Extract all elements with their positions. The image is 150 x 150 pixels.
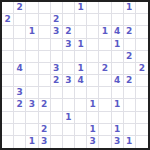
empty-cell-r3c12[interactable] xyxy=(136,26,148,38)
empty-cell-r7c1[interactable] xyxy=(2,75,14,87)
empty-cell-r7c8[interactable] xyxy=(87,75,99,87)
empty-cell-r7c3[interactable] xyxy=(26,75,38,87)
empty-cell-r4c12[interactable] xyxy=(136,39,148,51)
empty-cell-r4c4[interactable] xyxy=(39,39,51,51)
empty-cell-r9c5[interactable] xyxy=(51,99,63,111)
empty-cell-r10c11[interactable] xyxy=(124,112,136,124)
empty-cell-r9c12[interactable] xyxy=(136,99,148,111)
clue-cell-r3c9: 1 xyxy=(99,26,111,38)
empty-cell-r5c10[interactable] xyxy=(112,51,124,63)
empty-cell-r11c1[interactable] xyxy=(2,124,14,136)
empty-cell-r3c8[interactable] xyxy=(87,26,99,38)
empty-cell-r12c2[interactable] xyxy=(14,136,26,148)
empty-cell-r2c2[interactable] xyxy=(14,14,26,26)
empty-cell-r7c9[interactable] xyxy=(99,75,111,87)
empty-cell-r6c8[interactable] xyxy=(87,63,99,75)
empty-cell-r3c7[interactable] xyxy=(75,26,87,38)
empty-cell-r11c12[interactable] xyxy=(136,124,148,136)
empty-cell-r9c6[interactable] xyxy=(63,99,75,111)
empty-cell-r6c3[interactable] xyxy=(26,63,38,75)
empty-cell-r6c10[interactable] xyxy=(112,63,124,75)
empty-cell-r3c4[interactable] xyxy=(39,26,51,38)
clue-cell-r11c10: 1 xyxy=(112,124,124,136)
clue-cell-r2c5: 2 xyxy=(51,14,63,26)
empty-cell-r4c3[interactable] xyxy=(26,39,38,51)
empty-cell-r1c1[interactable] xyxy=(2,2,14,14)
empty-cell-r5c2[interactable] xyxy=(14,51,26,63)
empty-cell-r8c1[interactable] xyxy=(2,87,14,99)
empty-cell-r4c9[interactable] xyxy=(99,39,111,51)
empty-cell-r8c7[interactable] xyxy=(75,87,87,99)
empty-cell-r12c5[interactable] xyxy=(51,136,63,148)
empty-cell-r9c7[interactable] xyxy=(75,99,87,111)
clue-cell-r1c7: 1 xyxy=(75,2,87,14)
empty-cell-r8c11[interactable] xyxy=(124,87,136,99)
empty-cell-r6c4[interactable] xyxy=(39,63,51,75)
clue-cell-r12c3: 1 xyxy=(26,136,38,148)
empty-cell-r5c3[interactable] xyxy=(26,51,38,63)
empty-cell-r5c12[interactable] xyxy=(136,51,148,63)
clue-cell-r6c2: 4 xyxy=(14,63,26,75)
clue-cell-r11c8: 1 xyxy=(87,124,99,136)
empty-cell-r9c1[interactable] xyxy=(2,99,14,111)
empty-cell-r8c4[interactable] xyxy=(39,87,51,99)
empty-cell-r2c9[interactable] xyxy=(99,14,111,26)
empty-cell-r2c10[interactable] xyxy=(112,14,124,26)
empty-cell-r7c12[interactable] xyxy=(136,75,148,87)
empty-cell-r2c8[interactable] xyxy=(87,14,99,26)
clue-cell-r9c10: 1 xyxy=(112,99,124,111)
clue-cell-r3c3: 1 xyxy=(26,26,38,38)
empty-cell-r4c1[interactable] xyxy=(2,39,14,51)
empty-cell-r1c9[interactable] xyxy=(99,2,111,14)
empty-cell-r2c7[interactable] xyxy=(75,14,87,26)
empty-cell-r5c5[interactable] xyxy=(51,51,63,63)
empty-cell-r9c11[interactable] xyxy=(124,99,136,111)
empty-cell-r10c1[interactable] xyxy=(2,112,14,124)
clue-cell-r9c3: 3 xyxy=(26,99,38,111)
empty-cell-r10c7[interactable] xyxy=(75,112,87,124)
clue-cell-r10c6: 1 xyxy=(63,112,75,124)
clue-cell-r12c8: 3 xyxy=(87,136,99,148)
empty-cell-r11c6[interactable] xyxy=(63,124,75,136)
empty-cell-r12c6[interactable] xyxy=(63,136,75,148)
empty-cell-r10c9[interactable] xyxy=(99,112,111,124)
empty-cell-r3c2[interactable] xyxy=(14,26,26,38)
empty-cell-r11c9[interactable] xyxy=(99,124,111,136)
empty-cell-r2c11[interactable] xyxy=(124,14,136,26)
empty-cell-r4c5[interactable] xyxy=(51,39,63,51)
empty-cell-r12c1[interactable] xyxy=(2,136,14,148)
empty-cell-r1c5[interactable] xyxy=(51,2,63,14)
empty-cell-r1c4[interactable] xyxy=(39,2,51,14)
empty-cell-r6c6[interactable] xyxy=(63,63,75,75)
clue-cell-r3c6: 2 xyxy=(63,26,75,38)
empty-cell-r3c1[interactable] xyxy=(2,26,14,38)
empty-cell-r9c9[interactable] xyxy=(99,99,111,111)
empty-cell-r6c1[interactable] xyxy=(2,63,14,75)
empty-cell-r5c9[interactable] xyxy=(99,51,111,63)
empty-cell-r11c2[interactable] xyxy=(14,124,26,136)
empty-cell-r2c4[interactable] xyxy=(39,14,51,26)
clue-cell-r8c2: 3 xyxy=(14,87,26,99)
clue-cell-r1c2: 2 xyxy=(14,2,26,14)
empty-cell-r4c2[interactable] xyxy=(14,39,26,51)
empty-cell-r5c4[interactable] xyxy=(39,51,51,63)
clue-cell-r6c7: 1 xyxy=(75,63,87,75)
clue-cell-r4c6: 3 xyxy=(63,39,75,51)
empty-cell-r10c3[interactable] xyxy=(26,112,38,124)
empty-cell-r8c8[interactable] xyxy=(87,87,99,99)
clue-cell-r3c10: 4 xyxy=(112,26,124,38)
clue-cell-r5c11: 2 xyxy=(124,51,136,63)
clue-cell-r12c4: 3 xyxy=(39,136,51,148)
empty-cell-r11c5[interactable] xyxy=(51,124,63,136)
empty-cell-r8c12[interactable] xyxy=(136,87,148,99)
empty-cell-r4c8[interactable] xyxy=(87,39,99,51)
empty-cell-r2c3[interactable] xyxy=(26,14,38,26)
empty-cell-r8c5[interactable] xyxy=(51,87,63,99)
clue-cell-r7c11: 2 xyxy=(124,75,136,87)
empty-cell-r8c10[interactable] xyxy=(112,87,124,99)
empty-cell-r8c3[interactable] xyxy=(26,87,38,99)
puzzle-board: 2112213214231124312223442323211121113331 xyxy=(0,0,150,150)
empty-cell-r10c10[interactable] xyxy=(112,112,124,124)
clue-cell-r4c7: 1 xyxy=(75,39,87,51)
clue-cell-r7c10: 4 xyxy=(112,75,124,87)
empty-cell-r2c12[interactable] xyxy=(136,14,148,26)
empty-cell-r10c4[interactable] xyxy=(39,112,51,124)
empty-cell-r10c5[interactable] xyxy=(51,112,63,124)
clue-cell-r9c2: 2 xyxy=(14,99,26,111)
empty-cell-r4c11[interactable] xyxy=(124,39,136,51)
clue-cell-r3c11: 2 xyxy=(124,26,136,38)
empty-cell-r5c7[interactable] xyxy=(75,51,87,63)
empty-cell-r7c2[interactable] xyxy=(14,75,26,87)
clue-cell-r4c10: 1 xyxy=(112,39,124,51)
empty-cell-r5c1[interactable] xyxy=(2,51,14,63)
empty-cell-r11c7[interactable] xyxy=(75,124,87,136)
empty-cell-r8c9[interactable] xyxy=(99,87,111,99)
empty-cell-r1c6[interactable] xyxy=(63,2,75,14)
empty-cell-r7c4[interactable] xyxy=(39,75,51,87)
clue-cell-r7c6: 3 xyxy=(63,75,75,87)
clue-cell-r6c9: 2 xyxy=(99,63,111,75)
empty-cell-r1c12[interactable] xyxy=(136,2,148,14)
clue-cell-r6c12: 2 xyxy=(136,63,148,75)
clue-cell-r3c5: 3 xyxy=(51,26,63,38)
clue-cell-r11c4: 2 xyxy=(39,124,51,136)
empty-cell-r11c11[interactable] xyxy=(124,124,136,136)
empty-cell-r6c11[interactable] xyxy=(124,63,136,75)
clue-cell-r2c1: 2 xyxy=(2,14,14,26)
clue-cell-r9c4: 2 xyxy=(39,99,51,111)
empty-cell-r12c9[interactable] xyxy=(99,136,111,148)
clue-cell-r7c7: 4 xyxy=(75,75,87,87)
empty-cell-r1c10[interactable] xyxy=(112,2,124,14)
empty-cell-r1c8[interactable] xyxy=(87,2,99,14)
empty-cell-r1c3[interactable] xyxy=(26,2,38,14)
clue-cell-r12c11: 1 xyxy=(124,136,136,148)
clue-cell-r7c5: 2 xyxy=(51,75,63,87)
clue-cell-r12c10: 3 xyxy=(112,136,124,148)
empty-cell-r10c8[interactable] xyxy=(87,112,99,124)
empty-cell-r8c6[interactable] xyxy=(63,87,75,99)
empty-cell-r10c12[interactable] xyxy=(136,112,148,124)
empty-cell-r5c8[interactable] xyxy=(87,51,99,63)
clue-cell-r9c8: 1 xyxy=(87,99,99,111)
empty-cell-r12c7[interactable] xyxy=(75,136,87,148)
clue-cell-r6c5: 3 xyxy=(51,63,63,75)
empty-cell-r12c12[interactable] xyxy=(136,136,148,148)
empty-cell-r5c6[interactable] xyxy=(63,51,75,63)
empty-cell-r10c2[interactable] xyxy=(14,112,26,124)
empty-cell-r2c6[interactable] xyxy=(63,14,75,26)
empty-cell-r11c3[interactable] xyxy=(26,124,38,136)
clue-cell-r1c11: 1 xyxy=(124,2,136,14)
